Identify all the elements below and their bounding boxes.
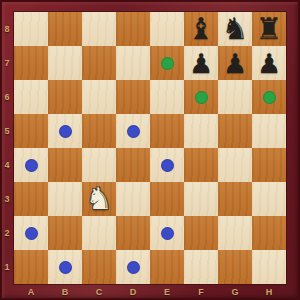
square-f6[interactable]: [184, 80, 218, 114]
square-c8[interactable]: [82, 12, 116, 46]
rank-label-5: 5: [0, 114, 14, 148]
rank-labels: 87654321: [0, 12, 14, 284]
green-target-indicator[interactable]: [161, 57, 174, 70]
rank-label-3: 3: [0, 182, 14, 216]
square-g3[interactable]: [218, 182, 252, 216]
square-c7[interactable]: [82, 46, 116, 80]
chess-board: ♝♞♜♟♟♟♞: [14, 12, 286, 284]
square-h8[interactable]: ♜: [252, 12, 286, 46]
square-b4[interactable]: [48, 148, 82, 182]
square-f1[interactable]: [184, 250, 218, 284]
rank-label-4: 4: [0, 148, 14, 182]
blue-move-indicator[interactable]: [25, 227, 38, 240]
rank-label-6: 6: [0, 80, 14, 114]
square-h7[interactable]: ♟: [252, 46, 286, 80]
file-label-g: G: [218, 285, 252, 299]
square-a7[interactable]: [14, 46, 48, 80]
black-bishop[interactable]: ♝: [184, 12, 218, 46]
file-label-f: F: [184, 285, 218, 299]
rank-label-2: 2: [0, 216, 14, 250]
square-e1[interactable]: [150, 250, 184, 284]
square-f5[interactable]: [184, 114, 218, 148]
black-rook[interactable]: ♜: [252, 12, 286, 46]
square-h5[interactable]: [252, 114, 286, 148]
square-d3[interactable]: [116, 182, 150, 216]
square-e3[interactable]: [150, 182, 184, 216]
square-e5[interactable]: [150, 114, 184, 148]
square-g2[interactable]: [218, 216, 252, 250]
square-d6[interactable]: [116, 80, 150, 114]
square-h1[interactable]: [252, 250, 286, 284]
square-h6[interactable]: [252, 80, 286, 114]
file-label-c: C: [82, 285, 116, 299]
green-target-indicator[interactable]: [263, 91, 276, 104]
square-g6[interactable]: [218, 80, 252, 114]
file-label-b: B: [48, 285, 82, 299]
square-e6[interactable]: [150, 80, 184, 114]
black-knight[interactable]: ♞: [218, 12, 252, 46]
square-g8[interactable]: ♞: [218, 12, 252, 46]
square-f3[interactable]: [184, 182, 218, 216]
square-a1[interactable]: [14, 250, 48, 284]
square-f8[interactable]: ♝: [184, 12, 218, 46]
file-label-h: H: [252, 285, 286, 299]
green-target-indicator[interactable]: [195, 91, 208, 104]
square-a8[interactable]: [14, 12, 48, 46]
blue-move-indicator[interactable]: [59, 261, 72, 274]
square-a5[interactable]: [14, 114, 48, 148]
square-g4[interactable]: [218, 148, 252, 182]
square-f2[interactable]: [184, 216, 218, 250]
square-c3[interactable]: ♞: [82, 182, 116, 216]
square-d1[interactable]: [116, 250, 150, 284]
square-f7[interactable]: ♟: [184, 46, 218, 80]
square-d5[interactable]: [116, 114, 150, 148]
square-b5[interactable]: [48, 114, 82, 148]
blue-move-indicator[interactable]: [127, 125, 140, 138]
square-e8[interactable]: [150, 12, 184, 46]
file-label-d: D: [116, 285, 150, 299]
square-b1[interactable]: [48, 250, 82, 284]
black-pawn[interactable]: ♟: [184, 46, 218, 80]
square-d2[interactable]: [116, 216, 150, 250]
square-h2[interactable]: [252, 216, 286, 250]
square-a6[interactable]: [14, 80, 48, 114]
square-c5[interactable]: [82, 114, 116, 148]
square-d8[interactable]: [116, 12, 150, 46]
square-g1[interactable]: [218, 250, 252, 284]
square-b8[interactable]: [48, 12, 82, 46]
blue-move-indicator[interactable]: [161, 159, 174, 172]
square-d7[interactable]: [116, 46, 150, 80]
file-label-e: E: [150, 285, 184, 299]
square-c2[interactable]: [82, 216, 116, 250]
rank-label-7: 7: [0, 46, 14, 80]
file-labels: ABCDEFGH: [14, 285, 286, 299]
rank-label-8: 8: [0, 12, 14, 46]
square-h4[interactable]: [252, 148, 286, 182]
square-a3[interactable]: [14, 182, 48, 216]
square-e4[interactable]: [150, 148, 184, 182]
square-b2[interactable]: [48, 216, 82, 250]
square-f4[interactable]: [184, 148, 218, 182]
black-pawn[interactable]: ♟: [252, 46, 286, 80]
square-b3[interactable]: [48, 182, 82, 216]
blue-move-indicator[interactable]: [25, 159, 38, 172]
square-a4[interactable]: [14, 148, 48, 182]
black-pawn[interactable]: ♟: [218, 46, 252, 80]
square-c1[interactable]: [82, 250, 116, 284]
square-c6[interactable]: [82, 80, 116, 114]
square-c4[interactable]: [82, 148, 116, 182]
white-knight[interactable]: ♞: [82, 182, 116, 216]
blue-move-indicator[interactable]: [59, 125, 72, 138]
square-h3[interactable]: [252, 182, 286, 216]
square-e2[interactable]: [150, 216, 184, 250]
square-d4[interactable]: [116, 148, 150, 182]
chess-board-frame: 87654321 ABCDEFGH ♝♞♜♟♟♟♞: [0, 0, 300, 300]
file-label-a: A: [14, 285, 48, 299]
square-g5[interactable]: [218, 114, 252, 148]
square-g7[interactable]: ♟: [218, 46, 252, 80]
square-b7[interactable]: [48, 46, 82, 80]
square-a2[interactable]: [14, 216, 48, 250]
rank-label-1: 1: [0, 250, 14, 284]
blue-move-indicator[interactable]: [161, 227, 174, 240]
square-e7[interactable]: [150, 46, 184, 80]
blue-move-indicator[interactable]: [127, 261, 140, 274]
square-b6[interactable]: [48, 80, 82, 114]
